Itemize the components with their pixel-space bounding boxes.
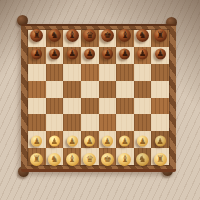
black-bishop-glyph: ♝ [121, 31, 129, 40]
square-f1[interactable]: ♝ [116, 148, 134, 165]
table-surface: ♜♞♝♛♚♝♞♜♟♟♟♟♟♟♟♟♟♟♟♟♟♟♟♟♜♞♝♛♚♝♞♜ [0, 0, 200, 200]
piece-white-pawn[interactable]: ♟ [31, 136, 42, 147]
square-d8[interactable]: ♛ [81, 30, 99, 47]
white-pawn-glyph: ♟ [33, 137, 40, 145]
piece-white-rook[interactable]: ♜ [30, 153, 43, 166]
piece-black-knight[interactable]: ♞ [136, 29, 149, 42]
piece-white-pawn[interactable]: ♟ [102, 136, 113, 147]
square-d6[interactable] [81, 64, 99, 81]
piece-black-rook[interactable]: ♜ [154, 29, 167, 42]
piece-white-queen[interactable]: ♛ [83, 153, 96, 166]
square-b7[interactable]: ♟ [46, 47, 64, 64]
square-e8[interactable]: ♚ [99, 30, 117, 47]
black-pawn-glyph: ♟ [121, 50, 128, 58]
black-pawn-glyph: ♟ [33, 50, 40, 58]
piece-black-pawn[interactable]: ♟ [137, 48, 148, 59]
square-b6[interactable] [46, 64, 64, 81]
square-h7[interactable]: ♟ [151, 47, 169, 64]
black-bishop-glyph: ♝ [68, 31, 76, 40]
square-g4[interactable] [134, 98, 152, 115]
square-c1[interactable]: ♝ [63, 148, 81, 165]
square-e6[interactable] [99, 64, 117, 81]
black-queen-glyph: ♛ [86, 31, 94, 40]
white-pawn-glyph: ♟ [139, 137, 146, 145]
board-grid: ♜♞♝♛♚♝♞♜♟♟♟♟♟♟♟♟♟♟♟♟♟♟♟♟♜♞♝♛♚♝♞♜ [28, 30, 169, 165]
square-c5[interactable] [63, 81, 81, 98]
square-b2[interactable]: ♟ [46, 131, 64, 148]
piece-black-pawn[interactable]: ♟ [102, 48, 113, 59]
square-a5[interactable] [28, 81, 46, 98]
white-queen-glyph: ♛ [86, 155, 94, 164]
black-pawn-glyph: ♟ [139, 50, 146, 58]
black-rook-glyph: ♜ [33, 31, 41, 40]
white-pawn-glyph: ♟ [104, 137, 111, 145]
square-a4[interactable] [28, 98, 46, 115]
piece-white-pawn[interactable]: ♟ [137, 136, 148, 147]
square-b5[interactable] [46, 81, 64, 98]
square-h5[interactable] [151, 81, 169, 98]
chess-board: ♜♞♝♛♚♝♞♜♟♟♟♟♟♟♟♟♟♟♟♟♟♟♟♟♜♞♝♛♚♝♞♜ [21, 24, 176, 172]
piece-white-pawn[interactable]: ♟ [49, 136, 60, 147]
square-h4[interactable] [151, 98, 169, 115]
square-h1[interactable]: ♜ [151, 148, 169, 165]
square-d5[interactable] [81, 81, 99, 98]
white-pawn-glyph: ♟ [86, 137, 93, 145]
square-b1[interactable]: ♞ [46, 148, 64, 165]
square-a3[interactable] [28, 114, 46, 131]
white-bishop-glyph: ♝ [121, 155, 129, 164]
square-h3[interactable] [151, 114, 169, 131]
square-c4[interactable] [63, 98, 81, 115]
square-g6[interactable] [134, 64, 152, 81]
white-rook-glyph: ♜ [33, 155, 41, 164]
piece-black-pawn[interactable]: ♟ [119, 48, 130, 59]
black-pawn-glyph: ♟ [104, 50, 111, 58]
square-f6[interactable] [116, 64, 134, 81]
white-knight-glyph: ♞ [139, 155, 147, 164]
piece-black-pawn[interactable]: ♟ [31, 48, 42, 59]
square-g7[interactable]: ♟ [134, 47, 152, 64]
black-pawn-glyph: ♟ [86, 50, 93, 58]
white-rook-glyph: ♜ [156, 155, 164, 164]
piece-white-pawn[interactable]: ♟ [67, 136, 78, 147]
piece-black-pawn[interactable]: ♟ [67, 48, 78, 59]
white-pawn-glyph: ♟ [157, 137, 164, 145]
square-a2[interactable]: ♟ [28, 131, 46, 148]
white-pawn-glyph: ♟ [121, 137, 128, 145]
piece-white-pawn[interactable]: ♟ [155, 136, 166, 147]
square-d2[interactable]: ♟ [81, 131, 99, 148]
piece-white-knight[interactable]: ♞ [48, 153, 61, 166]
square-d4[interactable] [81, 98, 99, 115]
piece-black-queen[interactable]: ♛ [83, 29, 96, 42]
black-knight-glyph: ♞ [50, 31, 58, 40]
square-e1[interactable]: ♚ [99, 148, 117, 165]
piece-black-pawn[interactable]: ♟ [155, 48, 166, 59]
white-bishop-glyph: ♝ [68, 155, 76, 164]
square-d7[interactable]: ♟ [81, 47, 99, 64]
square-b8[interactable]: ♞ [46, 30, 64, 47]
square-a8[interactable]: ♜ [28, 30, 46, 47]
square-a6[interactable] [28, 64, 46, 81]
black-king-glyph: ♚ [103, 31, 111, 40]
square-e7[interactable]: ♟ [99, 47, 117, 64]
square-d3[interactable] [81, 114, 99, 131]
square-e3[interactable] [99, 114, 117, 131]
white-knight-glyph: ♞ [50, 155, 58, 164]
square-f3[interactable] [116, 114, 134, 131]
square-b4[interactable] [46, 98, 64, 115]
square-g1[interactable]: ♞ [134, 148, 152, 165]
square-h2[interactable]: ♟ [151, 131, 169, 148]
square-g3[interactable] [134, 114, 152, 131]
black-knight-glyph: ♞ [139, 31, 147, 40]
white-pawn-glyph: ♟ [51, 137, 58, 145]
square-h8[interactable]: ♜ [151, 30, 169, 47]
piece-black-bishop[interactable]: ♝ [66, 29, 79, 42]
square-f4[interactable] [116, 98, 134, 115]
square-c8[interactable]: ♝ [63, 30, 81, 47]
piece-white-pawn[interactable]: ♟ [84, 136, 95, 147]
square-g8[interactable]: ♞ [134, 30, 152, 47]
piece-white-king[interactable]: ♚ [101, 153, 114, 166]
square-g2[interactable]: ♟ [134, 131, 152, 148]
piece-white-knight[interactable]: ♞ [136, 153, 149, 166]
black-pawn-glyph: ♟ [68, 50, 75, 58]
black-pawn-glyph: ♟ [51, 50, 58, 58]
square-c3[interactable] [63, 114, 81, 131]
piece-white-bishop[interactable]: ♝ [66, 153, 79, 166]
square-h6[interactable] [151, 64, 169, 81]
square-d1[interactable]: ♛ [81, 148, 99, 165]
black-pawn-glyph: ♟ [157, 50, 164, 58]
piece-black-rook[interactable]: ♜ [30, 29, 43, 42]
piece-black-pawn[interactable]: ♟ [49, 48, 60, 59]
square-a7[interactable]: ♟ [28, 47, 46, 64]
piece-black-king[interactable]: ♚ [101, 29, 114, 42]
square-a1[interactable]: ♜ [28, 148, 46, 165]
piece-white-rook[interactable]: ♜ [154, 153, 167, 166]
square-f8[interactable]: ♝ [116, 30, 134, 47]
square-e2[interactable]: ♟ [99, 131, 117, 148]
black-rook-glyph: ♜ [156, 31, 164, 40]
square-e4[interactable] [99, 98, 117, 115]
square-f2[interactable]: ♟ [116, 131, 134, 148]
square-f7[interactable]: ♟ [116, 47, 134, 64]
square-c7[interactable]: ♟ [63, 47, 81, 64]
white-king-glyph: ♚ [103, 155, 111, 164]
square-b3[interactable] [46, 114, 64, 131]
piece-black-knight[interactable]: ♞ [48, 29, 61, 42]
piece-black-pawn[interactable]: ♟ [84, 48, 95, 59]
square-e5[interactable] [99, 81, 117, 98]
square-f5[interactable] [116, 81, 134, 98]
piece-white-pawn[interactable]: ♟ [119, 136, 130, 147]
piece-black-bishop[interactable]: ♝ [118, 29, 131, 42]
square-c6[interactable] [63, 64, 81, 81]
white-pawn-glyph: ♟ [68, 137, 75, 145]
square-g5[interactable] [134, 81, 152, 98]
piece-white-bishop[interactable]: ♝ [118, 153, 131, 166]
square-c2[interactable]: ♟ [63, 131, 81, 148]
